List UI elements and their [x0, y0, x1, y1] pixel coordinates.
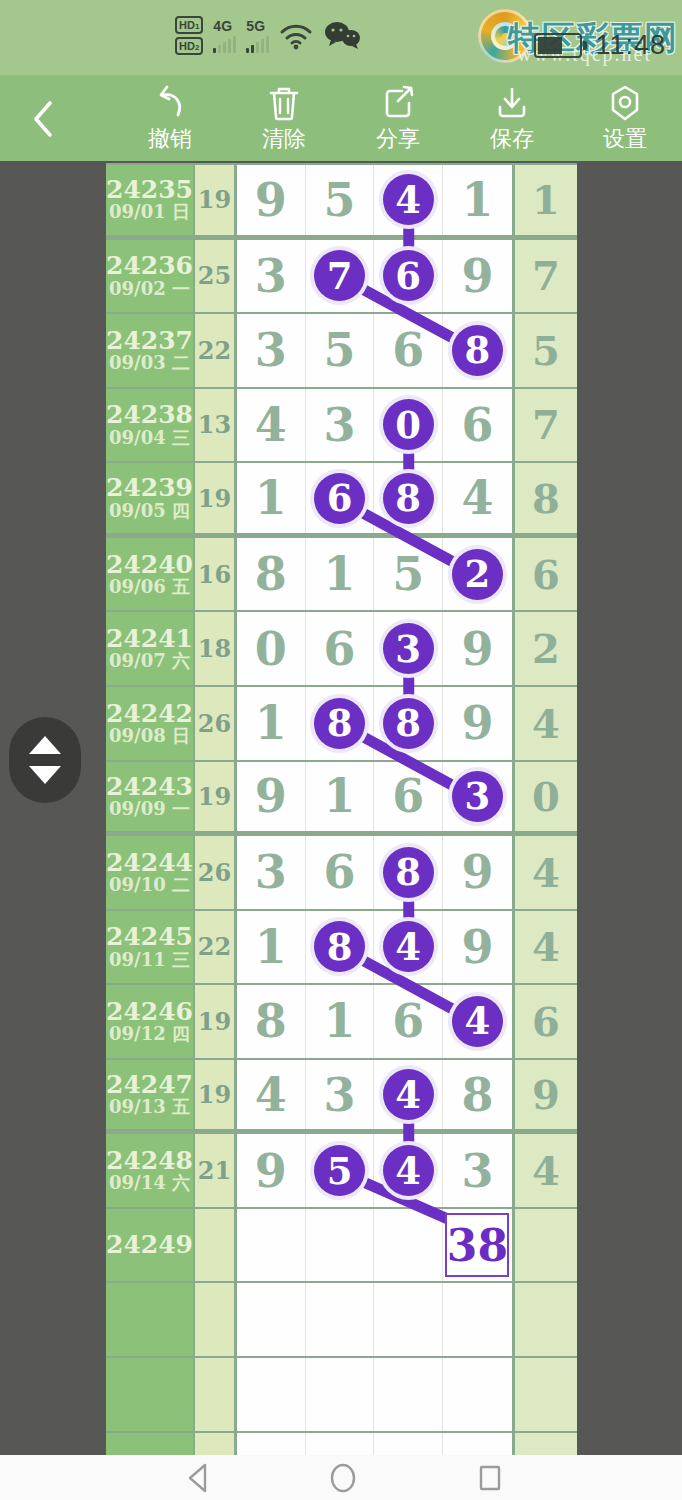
digit-cell[interactable]: 3 — [306, 1060, 375, 1130]
digit-cell[interactable]: 0 — [237, 612, 306, 685]
issue-cell: 2424809/14 六 — [106, 1134, 193, 1207]
digit-cell[interactable] — [306, 1433, 375, 1455]
issue-date: 09/04 三 — [109, 429, 190, 448]
chart-row: 2423509/01 日1995411 — [106, 165, 577, 240]
sum-cell: 26 — [193, 836, 237, 909]
digit-cell[interactable]: 3 — [306, 389, 375, 462]
digit-cell[interactable]: 4 — [443, 985, 512, 1058]
digit-cell[interactable] — [443, 1358, 512, 1431]
issue-date: 09/12 四 — [109, 1025, 190, 1044]
digit-cell[interactable]: 4 — [237, 389, 306, 462]
digit-cell[interactable] — [374, 1433, 443, 1455]
digit-cell[interactable] — [374, 1283, 443, 1356]
digit-cell[interactable]: 9 — [443, 836, 512, 909]
chart-row: 2424009/06 五1681526 — [106, 538, 577, 613]
issue-number: 24246 — [106, 999, 193, 1025]
digit-cell[interactable]: 5 — [306, 314, 375, 387]
sum-cell — [193, 1358, 237, 1431]
signal-bars-icon — [213, 35, 236, 53]
share-icon — [378, 83, 418, 123]
sum-cell: 21 — [193, 1134, 237, 1207]
digit-cell[interactable]: 9 — [443, 911, 512, 984]
sim2-signal: 5G — [246, 19, 269, 53]
circled-digit[interactable]: 4 — [383, 1069, 434, 1120]
sum-cell: 25 — [193, 240, 237, 313]
undo-icon — [150, 83, 190, 123]
issue-date: 09/10 二 — [109, 876, 190, 895]
back-chevron-icon — [26, 97, 60, 141]
toolbar: 撤销 清除 分享 保存 — [0, 75, 682, 161]
back-button[interactable] — [26, 97, 60, 145]
status-bar: HD1 HD2 4G 5G — [0, 0, 682, 75]
settings-icon — [605, 83, 645, 123]
digit-cell[interactable]: 5 — [306, 165, 375, 235]
issue-number: 24249 — [106, 1232, 193, 1258]
battery-icon — [534, 33, 587, 58]
digit-cell[interactable] — [306, 1358, 375, 1431]
digit-cell[interactable]: 6 — [443, 389, 512, 462]
issue-number: 24237 — [106, 328, 193, 354]
digit-cell[interactable]: 1 — [306, 762, 375, 832]
sum-cell: 19 — [193, 165, 237, 235]
tail-digit-cell: 9 — [512, 1060, 577, 1130]
circled-digit[interactable]: 8 — [383, 473, 434, 524]
sum-cell — [193, 1433, 237, 1455]
digit-cell[interactable] — [374, 1358, 443, 1431]
tail-digit-cell: 2 — [512, 612, 577, 685]
issue-date: 09/09 一 — [109, 800, 190, 819]
digit-cell[interactable]: 5 — [374, 538, 443, 611]
issue-date: 09/05 四 — [109, 502, 190, 521]
digit-cell[interactable] — [237, 1283, 306, 1356]
android-navbar — [0, 1455, 682, 1500]
digit-cell[interactable] — [374, 1209, 443, 1282]
issue-cell: 2424509/11 三 — [106, 911, 193, 984]
issue-number: 24235 — [106, 177, 193, 203]
issue-number: 24245 — [106, 924, 193, 950]
issue-cell: 2423809/04 三 — [106, 389, 193, 462]
hd1-icon: HD1 — [175, 16, 203, 34]
digit-cell[interactable]: 3 — [237, 314, 306, 387]
digit-cell[interactable]: 3 — [374, 612, 443, 685]
digit-cell[interactable] — [237, 1358, 306, 1431]
issue-cell — [106, 1283, 193, 1356]
issue-number: 24242 — [106, 701, 193, 727]
wechat-icon — [323, 20, 361, 52]
digit-cell[interactable]: 6 — [374, 240, 443, 313]
issue-date: 09/01 日 — [109, 203, 190, 222]
digit-cell[interactable] — [237, 1209, 306, 1282]
chart-row: 2424709/13 五1943489 — [106, 1060, 577, 1135]
tail-digit-cell — [512, 1358, 577, 1431]
issue-number: 24248 — [106, 1148, 193, 1174]
chart-row: 2423909/05 四1916848 — [106, 463, 577, 538]
circled-digit[interactable]: 3 — [383, 623, 434, 674]
sum-cell: 22 — [193, 911, 237, 984]
issue-date: 09/13 五 — [109, 1098, 190, 1117]
tail-digit-cell: 5 — [512, 314, 577, 387]
issue-date: 09/02 一 — [109, 280, 190, 299]
digit-cell[interactable]: 38 — [443, 1209, 512, 1282]
issue-cell: 2424209/08 日 — [106, 687, 193, 760]
chart-row: 2423809/04 三1343067 — [106, 389, 577, 464]
issue-cell: 2424709/13 五 — [106, 1060, 193, 1130]
issue-number: 24236 — [106, 253, 193, 279]
sum-cell: 19 — [193, 762, 237, 832]
nav-back-icon[interactable] — [182, 1460, 216, 1496]
issue-number: 24238 — [106, 402, 193, 428]
digit-cell[interactable]: 4 — [374, 1134, 443, 1207]
sum-cell: 18 — [193, 612, 237, 685]
digit-cell[interactable]: 8 — [443, 314, 512, 387]
digit-cell[interactable]: 8 — [306, 911, 375, 984]
chart-row: 2424938 — [106, 1209, 577, 1284]
digit-cell[interactable]: 8 — [374, 836, 443, 909]
circled-digit[interactable]: 4 — [452, 996, 503, 1047]
issue-date: 09/11 三 — [109, 951, 190, 970]
digit-cell[interactable]: 3 — [237, 240, 306, 313]
digit-cell[interactable]: 1 — [443, 165, 512, 235]
digit-cell[interactable]: 8 — [306, 687, 375, 760]
circled-digit[interactable]: 2 — [452, 549, 503, 600]
sum-cell: 13 — [193, 389, 237, 462]
issue-cell: 2424609/12 四 — [106, 985, 193, 1058]
scroll-toggle-button[interactable] — [9, 717, 81, 803]
digit-cell[interactable]: 1 — [237, 463, 306, 533]
circled-digit[interactable]: 0 — [383, 399, 434, 450]
chart-row — [106, 1283, 577, 1358]
issue-number: 24247 — [106, 1072, 193, 1098]
issue-number: 24244 — [106, 850, 193, 876]
chart-row: 2424809/14 六2195434 — [106, 1134, 577, 1209]
digit-cell[interactable]: 9 — [443, 240, 512, 313]
issue-number: 24240 — [106, 552, 193, 578]
issue-date: 09/07 六 — [109, 652, 190, 671]
digit-cell[interactable]: 6 — [306, 463, 375, 533]
digit-cell[interactable]: 6 — [374, 762, 443, 832]
digit-cell[interactable] — [306, 1209, 375, 1282]
sum-cell: 16 — [193, 538, 237, 611]
scroll-up-icon — [29, 736, 61, 754]
circled-digit[interactable]: 5 — [314, 1145, 365, 1196]
circled-digit[interactable]: 8 — [314, 921, 365, 972]
sum-cell: 19 — [193, 985, 237, 1058]
circled-digit[interactable]: 8 — [383, 698, 434, 749]
tail-digit-cell: 4 — [512, 687, 577, 760]
scroll-down-icon — [29, 766, 61, 784]
wifi-icon — [279, 21, 313, 51]
sim1-signal: 4G — [213, 19, 236, 53]
issue-cell: 2423609/02 一 — [106, 240, 193, 313]
digit-cell[interactable]: 4 — [374, 1060, 443, 1130]
tail-digit-cell: 4 — [512, 1134, 577, 1207]
digit-cell[interactable]: 9 — [443, 687, 512, 760]
digit-cell[interactable] — [443, 1283, 512, 1356]
tail-digit-cell — [512, 1433, 577, 1455]
clear-button[interactable]: 清除 — [229, 83, 339, 150]
issue-number: 24243 — [106, 774, 193, 800]
digit-cell[interactable]: 8 — [374, 463, 443, 533]
sum-cell: 26 — [193, 687, 237, 760]
circled-digit[interactable]: 4 — [383, 174, 434, 225]
sum-cell: 19 — [193, 1060, 237, 1130]
digit-cell[interactable]: 1 — [237, 911, 306, 984]
issue-date: 09/06 五 — [109, 578, 190, 597]
sum-cell — [193, 1283, 237, 1356]
issue-cell: 2423509/01 日 — [106, 165, 193, 235]
chart-row — [106, 1358, 577, 1433]
circled-digit[interactable]: 4 — [383, 1145, 434, 1196]
save-button[interactable]: 保存 — [457, 83, 567, 150]
issue-date: 09/03 二 — [109, 354, 190, 373]
sum-cell: 22 — [193, 314, 237, 387]
chart-row — [106, 1433, 577, 1455]
digit-cell[interactable]: 4 — [237, 1060, 306, 1130]
tail-digit-cell: 7 — [512, 240, 577, 313]
issue-number: 24241 — [106, 626, 193, 652]
tail-digit-cell: 4 — [512, 911, 577, 984]
digit-cell[interactable]: 9 — [237, 1134, 306, 1207]
circled-digit[interactable]: 6 — [314, 473, 365, 524]
sum-cell: 19 — [193, 463, 237, 533]
digit-cell[interactable]: 1 — [306, 538, 375, 611]
digit-cell[interactable]: 9 — [443, 612, 512, 685]
digit-cell[interactable]: 4 — [374, 911, 443, 984]
sum-cell — [193, 1209, 237, 1282]
tail-digit-cell: 6 — [512, 538, 577, 611]
issue-cell: 2423909/05 四 — [106, 463, 193, 533]
digit-cell[interactable]: 3 — [443, 1134, 512, 1207]
signal-bars-icon — [246, 35, 269, 53]
tail-digit-cell: 1 — [512, 165, 577, 235]
circled-digit[interactable]: 6 — [383, 250, 434, 301]
digit-cell[interactable]: 4 — [443, 463, 512, 533]
digit-cell[interactable]: 6 — [374, 985, 443, 1058]
circled-digit[interactable]: 8 — [383, 847, 434, 898]
tail-digit-cell — [512, 1283, 577, 1356]
circled-digit[interactable]: 8 — [452, 325, 503, 376]
chart-row: 2423709/03 二2235685 — [106, 314, 577, 389]
issue-cell: 2424409/10 二 — [106, 836, 193, 909]
settings-button[interactable]: 设置 — [570, 83, 680, 150]
digit-cell[interactable] — [237, 1433, 306, 1455]
chart-row: 2424209/08 日2618894 — [106, 687, 577, 762]
clock-time: 11:48 — [595, 30, 666, 61]
digit-cell[interactable]: 1 — [237, 687, 306, 760]
issue-cell: 2424109/07 六 — [106, 612, 193, 685]
digit-cell[interactable]: 8 — [237, 538, 306, 611]
digit-cell[interactable]: 1 — [306, 985, 375, 1058]
issue-cell: 2423709/03 二 — [106, 314, 193, 387]
tail-digit-cell: 0 — [512, 762, 577, 832]
issue-number: 24239 — [106, 475, 193, 501]
digit-cell[interactable]: 2 — [443, 538, 512, 611]
undo-button[interactable]: 撤销 — [115, 83, 225, 150]
digit-cell[interactable]: 6 — [306, 612, 375, 685]
tail-digit-cell: 4 — [512, 836, 577, 909]
issue-cell: 2424009/06 五 — [106, 538, 193, 611]
chart-row: 2424409/10 二2636894 — [106, 836, 577, 911]
circled-digit[interactable]: 4 — [383, 921, 434, 972]
digit-cell[interactable]: 9 — [237, 165, 306, 235]
digit-cell[interactable] — [306, 1283, 375, 1356]
issue-date: 09/08 日 — [109, 727, 190, 746]
chart-row: 2424109/07 六1806392 — [106, 612, 577, 687]
digit-cell[interactable]: 7 — [306, 240, 375, 313]
digit-cell[interactable]: 0 — [374, 389, 443, 462]
share-button[interactable]: 分享 — [343, 83, 453, 150]
board: 2423509/01 日19954112423609/02 一253769724… — [106, 163, 577, 1455]
trash-icon — [264, 83, 304, 123]
digit-cell[interactable]: 3 — [443, 762, 512, 832]
issue-cell: 2424309/09 一 — [106, 762, 193, 832]
issue-cell — [106, 1433, 193, 1455]
save-download-icon — [492, 83, 532, 123]
digit-cell[interactable]: 5 — [306, 1134, 375, 1207]
prediction-box[interactable]: 38 — [445, 1213, 509, 1277]
digit-cell[interactable]: 8 — [374, 687, 443, 760]
issue-cell — [106, 1358, 193, 1431]
chart-row: 2424309/09 一1991630 — [106, 762, 577, 837]
tail-digit-cell — [512, 1209, 577, 1282]
issue-cell: 24249 — [106, 1209, 193, 1282]
hd-voice-icons: HD1 HD2 — [175, 16, 203, 55]
tail-digit-cell: 6 — [512, 985, 577, 1058]
tail-digit-cell: 7 — [512, 389, 577, 462]
hd2-icon: HD2 — [175, 37, 203, 55]
chart-row: 2424509/11 三2218494 — [106, 911, 577, 986]
chart-row: 2424609/12 四1981646 — [106, 985, 577, 1060]
nav-home-icon[interactable] — [326, 1460, 360, 1496]
digit-cell[interactable]: 3 — [237, 836, 306, 909]
digit-cell[interactable]: 6 — [306, 836, 375, 909]
digit-cell[interactable]: 6 — [374, 314, 443, 387]
issue-date: 09/14 六 — [109, 1174, 190, 1193]
digit-cell[interactable]: 8 — [237, 985, 306, 1058]
app-screen: HD1 HD2 4G 5G — [0, 0, 682, 1500]
digit-cell[interactable]: 9 — [237, 762, 306, 832]
digit-cell[interactable]: 8 — [443, 1060, 512, 1130]
circled-digit[interactable]: 3 — [452, 771, 503, 822]
tail-digit-cell: 8 — [512, 463, 577, 533]
circled-digit[interactable]: 8 — [314, 698, 365, 749]
nav-recents-icon[interactable] — [473, 1460, 507, 1496]
chart-row: 2423609/02 一2537697 — [106, 240, 577, 315]
digit-cell[interactable]: 4 — [374, 165, 443, 235]
chart-stage: 2423509/01 日19954112423609/02 一253769724… — [0, 161, 682, 1455]
circled-digit[interactable]: 7 — [314, 250, 365, 301]
digit-cell[interactable] — [443, 1433, 512, 1455]
